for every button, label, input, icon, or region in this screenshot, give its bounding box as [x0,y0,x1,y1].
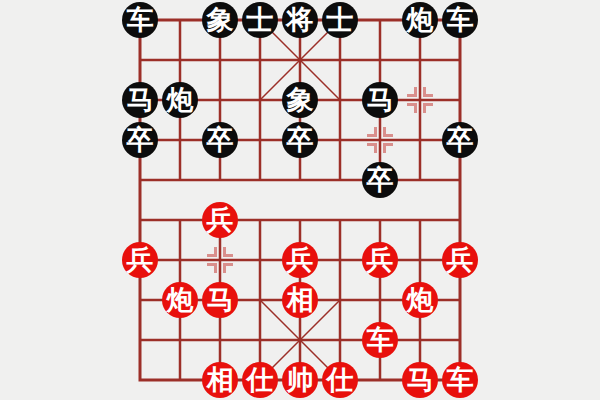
piece-black-chariot[interactable]: 车 [442,2,478,38]
piece-black-soldier[interactable]: 卒 [122,122,158,158]
piece-black-general[interactable]: 将 [282,2,318,38]
piece-black-soldier[interactable]: 卒 [442,122,478,158]
piece-red-chariot[interactable]: 车 [442,362,478,398]
piece-red-horse[interactable]: 马 [202,282,238,318]
piece-red-cannon[interactable]: 炮 [162,282,198,318]
piece-black-advisor[interactable]: 士 [242,2,278,38]
piece-red-soldier[interactable]: 兵 [362,242,398,278]
piece-black-chariot[interactable]: 车 [122,2,158,38]
piece-black-cannon[interactable]: 炮 [162,82,198,118]
piece-red-elephant[interactable]: 相 [202,362,238,398]
piece-red-advisor[interactable]: 仕 [322,362,358,398]
piece-black-cannon[interactable]: 炮 [402,2,438,38]
piece-black-horse[interactable]: 马 [122,82,158,118]
piece-red-soldier[interactable]: 兵 [122,242,158,278]
piece-red-advisor[interactable]: 仕 [242,362,278,398]
piece-black-elephant[interactable]: 象 [282,82,318,118]
piece-black-horse[interactable]: 马 [362,82,398,118]
piece-red-soldier[interactable]: 兵 [202,202,238,238]
piece-black-advisor[interactable]: 士 [322,2,358,38]
piece-black-soldier[interactable]: 卒 [202,122,238,158]
piece-red-soldier[interactable]: 兵 [442,242,478,278]
piece-black-elephant[interactable]: 象 [202,2,238,38]
piece-red-general[interactable]: 帅 [282,362,318,398]
piece-red-soldier[interactable]: 兵 [282,242,318,278]
piece-red-chariot[interactable]: 车 [362,322,398,358]
piece-red-horse[interactable]: 马 [402,362,438,398]
piece-black-soldier[interactable]: 卒 [282,122,318,158]
pieces-layer: 车象士将士炮车马炮象马卒卒卒卒卒兵兵兵兵兵炮马相炮车相仕帅仕马车 [0,0,600,400]
piece-black-soldier[interactable]: 卒 [362,162,398,198]
xiangqi-board: 车象士将士炮车马炮象马卒卒卒卒卒兵兵兵兵兵炮马相炮车相仕帅仕马车 [0,0,600,400]
piece-red-elephant[interactable]: 相 [282,282,318,318]
piece-red-cannon[interactable]: 炮 [402,282,438,318]
